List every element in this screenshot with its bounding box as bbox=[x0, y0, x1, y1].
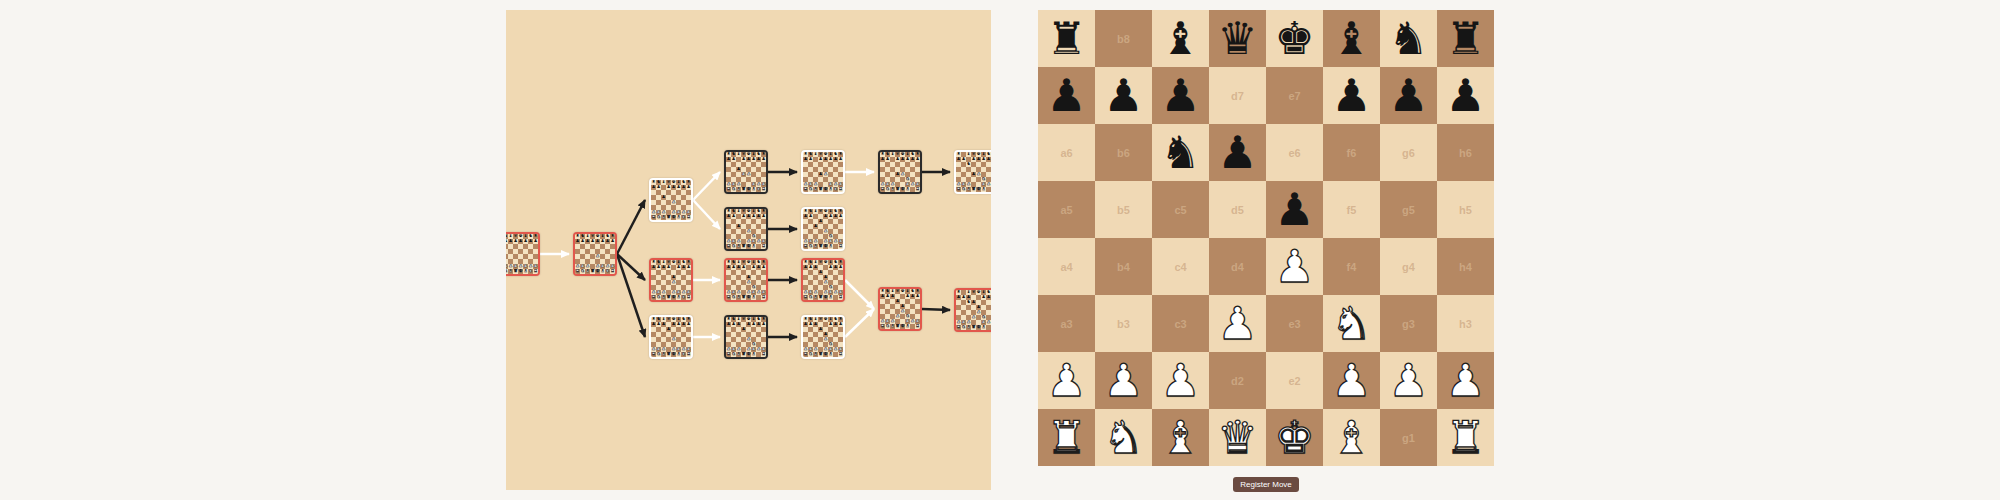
mini-piece: ♛ bbox=[818, 352, 822, 357]
mini-piece: ♞ bbox=[681, 215, 685, 220]
square-g2[interactable]: ♟ bbox=[1380, 352, 1437, 409]
square-coordinate-label: h3 bbox=[1437, 295, 1494, 352]
register-move-button[interactable]: Register Move bbox=[1233, 477, 1299, 492]
mini-piece: ♜ bbox=[803, 295, 807, 300]
mini-piece: ♚ bbox=[746, 187, 750, 192]
mini-piece: ♝ bbox=[508, 269, 512, 274]
mini-piece: ♝ bbox=[890, 324, 894, 329]
mini-piece: ♞ bbox=[808, 352, 812, 357]
square-h6[interactable]: h6 bbox=[1437, 124, 1494, 181]
mini-piece: ♞ bbox=[656, 215, 660, 220]
tree-edge-M-N bbox=[845, 280, 874, 309]
mini-piece: ♝ bbox=[981, 187, 985, 192]
mini-chessboard: ♜♞♝♛♚♝♞♜♟♟♟♟♟♟♟♟♟♟♟♟♟♟♟♟♜♞♝♛♚♝♞♜ bbox=[575, 234, 615, 274]
square-d2[interactable]: d2 bbox=[1209, 352, 1266, 409]
square-coordinate-label: f6 bbox=[1323, 124, 1380, 181]
mini-piece: ♛ bbox=[741, 352, 745, 357]
mini-piece: ♜ bbox=[956, 325, 960, 330]
mini-piece: ♞ bbox=[961, 187, 965, 192]
square-coordinate-label: e6 bbox=[1266, 124, 1323, 181]
square-coordinate-label: e2 bbox=[1266, 352, 1323, 409]
mini-piece: ♝ bbox=[751, 187, 755, 192]
mini-piece: ♚ bbox=[671, 295, 675, 300]
tree-position-node-K[interactable]: ♜♞♝♛♚♝♞♜♟♟♟♟♟♟♟♟♟♞♟♟♟♟♟♟♟♜♞♝♛♚♝♜ bbox=[801, 207, 845, 251]
mini-piece: ♝ bbox=[905, 187, 909, 192]
mini-piece: ♜ bbox=[686, 295, 690, 300]
square-f6[interactable]: f6 bbox=[1323, 124, 1380, 181]
mini-chessboard: ♜♞♝♛♚♝♞♜♟♟♟♟♟♟♟♟♟♞♟♟♟♟♟♟♟♜♞♝♛♚♝♜ bbox=[726, 260, 766, 300]
mini-piece: ♝ bbox=[661, 352, 665, 357]
mini-piece: ♚ bbox=[900, 324, 904, 329]
mini-piece: ♜ bbox=[880, 324, 884, 329]
black-pawn-piece: ♟ bbox=[1160, 73, 1200, 118]
mini-piece: ♜ bbox=[533, 269, 537, 274]
black-pawn-piece: ♟ bbox=[1274, 187, 1314, 232]
square-a4[interactable]: a4 bbox=[1038, 238, 1095, 295]
square-a5[interactable]: a5 bbox=[1038, 181, 1095, 238]
mini-piece: ♝ bbox=[828, 244, 832, 249]
mini-piece: ♞ bbox=[808, 187, 812, 192]
square-d3[interactable]: ♟ bbox=[1209, 295, 1266, 352]
mini-chessboard: ♜♞♝♛♚♝♞♜♟♟♟♟♟♟♟♟♟♞♟♟♟♟♟♟♟♜♞♝♛♚♝♜ bbox=[803, 317, 843, 357]
mini-square: ♜ bbox=[915, 324, 920, 329]
mini-piece: ♜ bbox=[803, 352, 807, 357]
tree-position-node-N[interactable]: ♜♞♝♛♚♝♞♜♟♟♟♟♟♟♟♟♟♟♞♟♟♟♟♟♟♜♞♝♛♚♝♜ bbox=[878, 287, 922, 331]
mini-piece: ♜ bbox=[803, 244, 807, 249]
mini-piece: ♝ bbox=[661, 295, 665, 300]
square-h1[interactable]: ♜ bbox=[1437, 409, 1494, 466]
square-f2[interactable]: ♟ bbox=[1323, 352, 1380, 409]
square-f8[interactable]: ♝ bbox=[1323, 10, 1380, 67]
mini-piece: ♜ bbox=[575, 269, 579, 274]
mini-piece: ♝ bbox=[736, 295, 740, 300]
mini-piece: ♛ bbox=[666, 215, 670, 220]
square-e4[interactable]: ♟ bbox=[1266, 238, 1323, 295]
mini-piece: ♝ bbox=[676, 215, 680, 220]
square-coordinate-label: a6 bbox=[1038, 124, 1095, 181]
square-g5[interactable]: g5 bbox=[1380, 181, 1437, 238]
mini-piece: ♜ bbox=[726, 244, 730, 249]
tree-position-node-B[interactable]: ♜♞♝♛♚♝♞♜♟♟♟♟♟♟♟♟♟♟♟♟♟♟♟♟♜♞♝♛♚♝♞♜ bbox=[573, 232, 617, 276]
square-c2[interactable]: ♟ bbox=[1152, 352, 1209, 409]
mini-piece: ♛ bbox=[895, 187, 899, 192]
mini-piece: ♛ bbox=[513, 269, 517, 274]
mini-piece: ♞ bbox=[605, 269, 609, 274]
square-f5[interactable]: f5 bbox=[1323, 181, 1380, 238]
square-e7[interactable]: e7 bbox=[1266, 67, 1323, 124]
square-coordinate-label: g4 bbox=[1380, 238, 1437, 295]
square-coordinate-label: a4 bbox=[1038, 238, 1095, 295]
square-coordinate-label: c4 bbox=[1152, 238, 1209, 295]
mini-chessboard: ♜♞♝♛♚♝♞♜♟♟♟♟♟♟♟♟♟♞♟♟♟♟♟♟♟♜♞♝♛♚♝♜ bbox=[803, 209, 843, 249]
black-pawn-piece: ♟ bbox=[1103, 73, 1143, 118]
square-d7[interactable]: d7 bbox=[1209, 67, 1266, 124]
mini-piece: ♝ bbox=[751, 244, 755, 249]
mini-piece: ♜ bbox=[610, 269, 614, 274]
mini-piece: ♜ bbox=[651, 215, 655, 220]
square-e8[interactable]: ♚ bbox=[1266, 10, 1323, 67]
mini-piece: ♜ bbox=[726, 187, 730, 192]
tree-position-node-D[interactable]: ♜♞♝♛♚♝♞♜♟♟♟♟♟♟♟♟♟♟♟♟♟♟♟♟♜♞♝♛♚♝♞♜ bbox=[649, 258, 693, 302]
white-bishop-piece: ♝ bbox=[1331, 415, 1371, 460]
mini-chessboard: ♜♞♝♛♚♝♞♜♟♟♟♟♟♟♟♟♟♟♟♟♟♟♟♟♜♞♝♛♚♝♞♜ bbox=[651, 317, 691, 357]
mini-chessboard: ♜♞♝♛♚♝♞♜♟♟♟♟♟♟♟♟♟♟♟♟♟♟♟♟♜♞♝♛♚♝♞♜ bbox=[726, 152, 766, 192]
square-g4[interactable]: g4 bbox=[1380, 238, 1437, 295]
mini-piece: ♜ bbox=[651, 295, 655, 300]
mini-chessboard: ♜♞♝♛♚♝♞♜♟♟♟♟♟♟♟♟♟♟♟♟♟♟♟♟♜♞♝♛♚♝♞♜ bbox=[651, 180, 691, 220]
square-a7[interactable]: ♟ bbox=[1038, 67, 1095, 124]
mini-chessboard: ♜♞♝♛♚♝♞♜♟♟♟♟♟♟♟♟♟♞♟♟♟♟♟♟♟♜♞♝♛♚♝♜ bbox=[803, 260, 843, 300]
mini-piece: ♛ bbox=[818, 295, 822, 300]
mini-piece: ♛ bbox=[818, 187, 822, 192]
mini-square: ♜ bbox=[533, 269, 538, 274]
square-g8[interactable]: ♞ bbox=[1380, 10, 1437, 67]
mini-square: ♜ bbox=[915, 187, 920, 192]
mini-piece: ♜ bbox=[726, 295, 730, 300]
white-king-piece: ♚ bbox=[1274, 415, 1314, 460]
mini-piece: ♜ bbox=[956, 187, 960, 192]
square-e5[interactable]: ♟ bbox=[1266, 181, 1323, 238]
square-d5[interactable]: d5 bbox=[1209, 181, 1266, 238]
square-coordinate-label: h5 bbox=[1437, 181, 1494, 238]
square-coordinate-label: d2 bbox=[1209, 352, 1266, 409]
mini-square: ♜ bbox=[610, 269, 615, 274]
mini-piece: ♝ bbox=[828, 352, 832, 357]
mini-piece: ♜ bbox=[915, 324, 919, 329]
mini-piece: ♜ bbox=[838, 352, 842, 357]
mini-piece: ♞ bbox=[731, 244, 735, 249]
tree-position-node-O[interactable]: ♜♝♛♚♝♞♜♟♟♟♟♟♟♞♟♟♟♟♞♟♟♟♟♟♟♜♞♝♛♚♝♜ bbox=[954, 288, 991, 332]
mini-piece: ♜ bbox=[838, 187, 842, 192]
square-coordinate-label: e7 bbox=[1266, 67, 1323, 124]
white-pawn-piece: ♟ bbox=[1445, 358, 1485, 403]
mini-piece: ♜ bbox=[761, 295, 765, 300]
white-pawn-piece: ♟ bbox=[1331, 358, 1371, 403]
mini-piece: ♝ bbox=[828, 187, 832, 192]
square-coordinate-label: b3 bbox=[1095, 295, 1152, 352]
mini-piece: ♚ bbox=[746, 352, 750, 357]
square-g3[interactable]: g3 bbox=[1380, 295, 1437, 352]
square-h7[interactable]: ♟ bbox=[1437, 67, 1494, 124]
square-d8[interactable]: ♛ bbox=[1209, 10, 1266, 67]
square-e1[interactable]: ♚ bbox=[1266, 409, 1323, 466]
tree-position-node-P[interactable]: ♜♞♝♛♚♝♞♜♟♟♟♟♟♟♟♟♟♞♟♟♟♟♟♟♟♜♞♝♛♚♝♜ bbox=[724, 315, 768, 359]
square-coordinate-label: g5 bbox=[1380, 181, 1437, 238]
tree-edge-B-C bbox=[617, 200, 645, 254]
square-a8[interactable]: ♜ bbox=[1038, 10, 1095, 67]
square-c8[interactable]: ♝ bbox=[1152, 10, 1209, 67]
mini-piece: ♚ bbox=[976, 187, 980, 192]
square-c7[interactable]: ♟ bbox=[1152, 67, 1209, 124]
mini-piece: ♜ bbox=[761, 187, 765, 192]
main-chessboard: ♜b8♝♛♚♝♞♜♟♟♟d7e7♟♟♟a6b6♞♟e6f6g6h6a5b5c5d… bbox=[1038, 10, 1494, 466]
square-c6[interactable]: ♞ bbox=[1152, 124, 1209, 181]
mini-piece: ♛ bbox=[818, 244, 822, 249]
white-pawn-piece: ♟ bbox=[1217, 301, 1257, 346]
square-b4[interactable]: b4 bbox=[1095, 238, 1152, 295]
mini-square: ♜ bbox=[686, 215, 691, 220]
mini-chessboard: ♜♝♛♚♝♞♜♟♟♟♟♟♟♟♞♟♟♞♟♟♟♟♟♟♜♞♝♛♚♝♜ bbox=[956, 152, 991, 192]
black-rook-piece: ♜ bbox=[1445, 16, 1485, 61]
mini-square: ♜ bbox=[838, 187, 843, 192]
mini-chessboard: ♜♞♝♛♚♝♞♜♟♟♟♟♟♟♟♟♟♟♞♟♟♟♟♟♟♜♞♝♛♚♝♜ bbox=[880, 289, 920, 329]
mini-piece: ♞ bbox=[756, 187, 760, 192]
mini-piece: ♝ bbox=[661, 215, 665, 220]
mini-piece: ♜ bbox=[761, 352, 765, 357]
mini-piece: ♝ bbox=[736, 352, 740, 357]
square-h3[interactable]: h3 bbox=[1437, 295, 1494, 352]
white-rook-piece: ♜ bbox=[1046, 415, 1086, 460]
mini-piece: ♝ bbox=[966, 187, 970, 192]
square-coordinate-label: b6 bbox=[1095, 124, 1152, 181]
square-coordinate-label: b5 bbox=[1095, 181, 1152, 238]
square-coordinate-label: a3 bbox=[1038, 295, 1095, 352]
mini-chessboard: ♜♞♝♛♚♝♞♜♟♟♟♟♟♟♟♟♟♞♟♟♟♟♟♟♟♜♞♝♛♚♝♜ bbox=[726, 209, 766, 249]
square-b5[interactable]: b5 bbox=[1095, 181, 1152, 238]
mini-piece: ♛ bbox=[741, 187, 745, 192]
mini-piece: ♝ bbox=[813, 187, 817, 192]
mini-piece: ♞ bbox=[528, 269, 532, 274]
square-b3[interactable]: b3 bbox=[1095, 295, 1152, 352]
mini-piece: ♞ bbox=[656, 295, 660, 300]
mini-piece: ♞ bbox=[731, 187, 735, 192]
mini-piece: ♚ bbox=[823, 295, 827, 300]
square-f4[interactable]: f4 bbox=[1323, 238, 1380, 295]
tree-position-node-L[interactable]: ♜♞♝♛♚♝♞♜♟♟♟♟♟♟♟♟♟♞♟♟♟♟♟♟♟♜♞♝♛♚♝♜ bbox=[724, 258, 768, 302]
mini-piece: ♝ bbox=[981, 325, 985, 330]
square-a3[interactable]: a3 bbox=[1038, 295, 1095, 352]
mini-chessboard: ♜♝♛♚♝♞♜♟♟♟♟♟♟♞♟♟♟♟♞♟♟♟♟♟♟♜♞♝♛♚♝♜ bbox=[956, 290, 991, 330]
tree-edge-N-O bbox=[922, 309, 950, 310]
black-pawn-piece: ♟ bbox=[1331, 73, 1371, 118]
black-knight-piece: ♞ bbox=[1160, 130, 1200, 175]
mini-piece: ♞ bbox=[885, 187, 889, 192]
black-rook-piece: ♜ bbox=[1046, 16, 1086, 61]
mini-square: ♜ bbox=[761, 295, 766, 300]
mini-square: ♜ bbox=[838, 244, 843, 249]
square-e3[interactable]: e3 bbox=[1266, 295, 1323, 352]
mini-piece: ♚ bbox=[976, 325, 980, 330]
tree-edge-C-F bbox=[693, 172, 720, 200]
mini-square: ♜ bbox=[838, 295, 843, 300]
white-pawn-piece: ♟ bbox=[1388, 358, 1428, 403]
tree-position-node-I[interactable]: ♜♞♝♛♚♝♞♜♟♟♟♟♟♟♟♟♟♞♟♟♟♟♟♟♜♞♝♛♚♝♜ bbox=[878, 150, 922, 194]
mini-chessboard: ♜♞♝♛♚♝♞♜♟♟♟♟♟♟♟♟♟♟♟♟♟♟♟♟♜♞♝♛♚♝♞♜ bbox=[651, 260, 691, 300]
tree-position-node-C[interactable]: ♜♞♝♛♚♝♞♜♟♟♟♟♟♟♟♟♟♟♟♟♟♟♟♟♜♞♝♛♚♝♞♜ bbox=[649, 178, 693, 222]
mini-piece: ♚ bbox=[518, 269, 522, 274]
tree-edge-C-G bbox=[693, 200, 720, 229]
square-a6[interactable]: a6 bbox=[1038, 124, 1095, 181]
white-rook-piece: ♜ bbox=[1445, 415, 1485, 460]
mini-piece: ♞ bbox=[731, 295, 735, 300]
mini-piece: ♝ bbox=[676, 295, 680, 300]
square-g7[interactable]: ♟ bbox=[1380, 67, 1437, 124]
mini-piece: ♝ bbox=[523, 269, 527, 274]
mini-piece: ♞ bbox=[808, 244, 812, 249]
mini-piece: ♜ bbox=[761, 244, 765, 249]
square-h2[interactable]: ♟ bbox=[1437, 352, 1494, 409]
square-coordinate-label: h6 bbox=[1437, 124, 1494, 181]
mini-piece: ♞ bbox=[885, 324, 889, 329]
mini-square: ♜ bbox=[686, 352, 691, 357]
mini-piece: ♛ bbox=[590, 269, 594, 274]
square-coordinate-label: g6 bbox=[1380, 124, 1437, 181]
white-pawn-piece: ♟ bbox=[1046, 358, 1086, 403]
mini-piece: ♜ bbox=[915, 187, 919, 192]
black-pawn-piece: ♟ bbox=[1046, 73, 1086, 118]
square-e6[interactable]: e6 bbox=[1266, 124, 1323, 181]
square-c1[interactable]: ♝ bbox=[1152, 409, 1209, 466]
mini-piece: ♜ bbox=[838, 295, 842, 300]
mini-square: ♜ bbox=[761, 187, 766, 192]
square-f3[interactable]: ♞ bbox=[1323, 295, 1380, 352]
tree-position-node-G[interactable]: ♜♞♝♛♚♝♞♜♟♟♟♟♟♟♟♟♟♞♟♟♟♟♟♟♟♜♞♝♛♚♝♜ bbox=[724, 207, 768, 251]
mini-piece: ♝ bbox=[890, 187, 894, 192]
square-c4[interactable]: c4 bbox=[1152, 238, 1209, 295]
black-bishop-piece: ♝ bbox=[1331, 16, 1371, 61]
mini-piece: ♚ bbox=[671, 215, 675, 220]
tree-position-node-E[interactable]: ♜♞♝♛♚♝♞♜♟♟♟♟♟♟♟♟♟♟♟♟♟♟♟♟♜♞♝♛♚♝♞♜ bbox=[649, 315, 693, 359]
mini-piece: ♝ bbox=[966, 325, 970, 330]
mini-chessboard: ♜♞♝♛♚♝♞♜♟♟♟♟♟♟♟♟♟♟♟♟♟♟♟♜♞♝♛♚♝♞♜ bbox=[803, 152, 843, 192]
mini-piece: ♚ bbox=[746, 295, 750, 300]
mini-piece: ♛ bbox=[666, 295, 670, 300]
mini-piece: ♚ bbox=[900, 187, 904, 192]
square-coordinate-label: g1 bbox=[1380, 409, 1437, 466]
mini-piece: ♝ bbox=[736, 187, 740, 192]
mini-piece: ♛ bbox=[666, 352, 670, 357]
square-coordinate-label: d5 bbox=[1209, 181, 1266, 238]
white-knight-piece: ♞ bbox=[1103, 415, 1143, 460]
square-a1[interactable]: ♜ bbox=[1038, 409, 1095, 466]
square-b6[interactable]: b6 bbox=[1095, 124, 1152, 181]
mini-piece: ♞ bbox=[961, 325, 965, 330]
square-h4[interactable]: h4 bbox=[1437, 238, 1494, 295]
mini-piece: ♝ bbox=[905, 324, 909, 329]
square-e2[interactable]: e2 bbox=[1266, 352, 1323, 409]
mini-square: ♜ bbox=[761, 244, 766, 249]
black-pawn-piece: ♟ bbox=[1388, 73, 1428, 118]
mini-piece: ♛ bbox=[741, 295, 745, 300]
square-coordinate-label: e3 bbox=[1266, 295, 1323, 352]
black-pawn-piece: ♟ bbox=[1445, 73, 1485, 118]
mini-piece: ♝ bbox=[813, 352, 817, 357]
tree-position-node-H[interactable]: ♜♞♝♛♚♝♞♜♟♟♟♟♟♟♟♟♟♟♟♟♟♟♟♜♞♝♛♚♝♞♜ bbox=[801, 150, 845, 194]
square-d6[interactable]: ♟ bbox=[1209, 124, 1266, 181]
mini-piece: ♝ bbox=[751, 352, 755, 357]
square-coordinate-label: b4 bbox=[1095, 238, 1152, 295]
register-move-row: Register Move bbox=[1038, 473, 1494, 492]
tree-position-node-F[interactable]: ♜♞♝♛♚♝♞♜♟♟♟♟♟♟♟♟♟♟♟♟♟♟♟♟♜♞♝♛♚♝♞♜ bbox=[724, 150, 768, 194]
square-b7[interactable]: ♟ bbox=[1095, 67, 1152, 124]
mini-piece: ♚ bbox=[823, 352, 827, 357]
variation-tree-panel: ♜♞♝♛♚♝♞♜♟♟♟♟♟♟♟♟♟♟♟♟♟♟♟♟♜♞♝♛♚♝♞♜♜♞♝♛♚♝♞♜… bbox=[506, 10, 991, 490]
white-pawn-piece: ♟ bbox=[1274, 244, 1314, 289]
white-bishop-piece: ♝ bbox=[1160, 415, 1200, 460]
square-b2[interactable]: ♟ bbox=[1095, 352, 1152, 409]
black-bishop-piece: ♝ bbox=[1160, 16, 1200, 61]
mini-square: ♜ bbox=[686, 295, 691, 300]
mini-piece: ♜ bbox=[838, 244, 842, 249]
square-b1[interactable]: ♞ bbox=[1095, 409, 1152, 466]
tree-edge-Q-N bbox=[845, 309, 874, 337]
square-coordinate-label: c5 bbox=[1152, 181, 1209, 238]
tree-position-node-Q[interactable]: ♜♞♝♛♚♝♞♜♟♟♟♟♟♟♟♟♟♞♟♟♟♟♟♟♟♜♞♝♛♚♝♜ bbox=[801, 315, 845, 359]
square-coordinate-label: d4 bbox=[1209, 238, 1266, 295]
black-queen-piece: ♛ bbox=[1217, 16, 1257, 61]
mini-piece: ♚ bbox=[823, 187, 827, 192]
mini-chessboard: ♜♞♝♛♚♝♞♜♟♟♟♟♟♟♟♟♟♞♟♟♟♟♟♟♜♞♝♛♚♝♜ bbox=[880, 152, 920, 192]
square-coordinate-label: h4 bbox=[1437, 238, 1494, 295]
mini-square: ♜ bbox=[838, 352, 843, 357]
tree-position-node-A[interactable]: ♜♞♝♛♚♝♞♜♟♟♟♟♟♟♟♟♟♟♟♟♟♟♟♟♜♞♝♛♚♝♞♜ bbox=[506, 232, 540, 276]
square-coordinate-label: d7 bbox=[1209, 67, 1266, 124]
mini-piece: ♝ bbox=[751, 295, 755, 300]
mini-chessboard: ♜♞♝♛♚♝♞♜♟♟♟♟♟♟♟♟♟♟♟♟♟♟♟♟♜♞♝♛♚♝♞♜ bbox=[506, 234, 538, 274]
mini-piece: ♞ bbox=[681, 295, 685, 300]
mini-piece: ♚ bbox=[823, 244, 827, 249]
square-f1[interactable]: ♝ bbox=[1323, 409, 1380, 466]
mini-piece: ♞ bbox=[731, 352, 735, 357]
mini-piece: ♝ bbox=[676, 352, 680, 357]
white-knight-piece: ♞ bbox=[1331, 301, 1371, 346]
mini-piece: ♚ bbox=[671, 352, 675, 357]
square-coordinate-label: b8 bbox=[1095, 10, 1152, 67]
square-d4[interactable]: d4 bbox=[1209, 238, 1266, 295]
square-c5[interactable]: c5 bbox=[1152, 181, 1209, 238]
tree-position-node-M[interactable]: ♜♞♝♛♚♝♞♜♟♟♟♟♟♟♟♟♟♞♟♟♟♟♟♟♟♜♞♝♛♚♝♜ bbox=[801, 258, 845, 302]
mini-piece: ♚ bbox=[595, 269, 599, 274]
square-coordinate-label: c3 bbox=[1152, 295, 1209, 352]
square-coordinate-label: f4 bbox=[1323, 238, 1380, 295]
mini-piece: ♞ bbox=[833, 187, 837, 192]
mini-square: ♜ bbox=[761, 352, 766, 357]
square-h8[interactable]: ♜ bbox=[1437, 10, 1494, 67]
mini-piece: ♝ bbox=[813, 244, 817, 249]
mini-piece: ♚ bbox=[746, 244, 750, 249]
square-c3[interactable]: c3 bbox=[1152, 295, 1209, 352]
mini-piece: ♜ bbox=[686, 352, 690, 357]
black-pawn-piece: ♟ bbox=[1217, 130, 1257, 175]
mini-piece: ♛ bbox=[971, 187, 975, 192]
mini-piece: ♛ bbox=[971, 325, 975, 330]
square-f7[interactable]: ♟ bbox=[1323, 67, 1380, 124]
mini-piece: ♝ bbox=[736, 244, 740, 249]
square-g1[interactable]: g1 bbox=[1380, 409, 1437, 466]
mini-chessboard: ♜♞♝♛♚♝♞♜♟♟♟♟♟♟♟♟♟♞♟♟♟♟♟♟♟♜♞♝♛♚♝♜ bbox=[726, 317, 766, 357]
tree-position-node-J[interactable]: ♜♝♛♚♝♞♜♟♟♟♟♟♟♟♞♟♟♞♟♟♟♟♟♟♜♞♝♛♚♝♜ bbox=[954, 150, 991, 194]
black-knight-piece: ♞ bbox=[1388, 16, 1428, 61]
square-a2[interactable]: ♟ bbox=[1038, 352, 1095, 409]
square-g6[interactable]: g6 bbox=[1380, 124, 1437, 181]
mini-piece: ♛ bbox=[741, 244, 745, 249]
mini-piece: ♞ bbox=[656, 352, 660, 357]
white-pawn-piece: ♟ bbox=[1103, 358, 1143, 403]
square-d1[interactable]: ♛ bbox=[1209, 409, 1266, 466]
mini-piece: ♛ bbox=[895, 324, 899, 329]
mini-piece: ♜ bbox=[880, 187, 884, 192]
white-queen-piece: ♛ bbox=[1217, 415, 1257, 460]
square-b8[interactable]: b8 bbox=[1095, 10, 1152, 67]
square-coordinate-label: a5 bbox=[1038, 181, 1095, 238]
mini-piece: ♜ bbox=[803, 187, 807, 192]
mini-piece: ♜ bbox=[651, 352, 655, 357]
mini-piece: ♝ bbox=[585, 269, 589, 274]
mini-piece: ♝ bbox=[600, 269, 604, 274]
mini-piece: ♝ bbox=[813, 295, 817, 300]
square-h5[interactable]: h5 bbox=[1437, 181, 1494, 238]
mini-piece: ♞ bbox=[808, 295, 812, 300]
